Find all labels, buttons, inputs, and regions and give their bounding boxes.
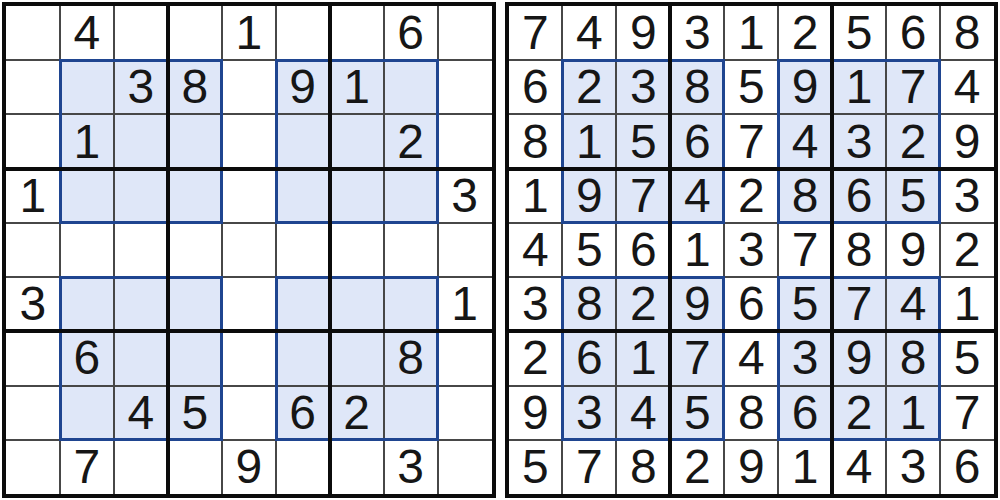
cell-r6c8: 4 bbox=[886, 277, 940, 331]
cell-r8c1: 9 bbox=[509, 386, 563, 440]
cell-r1c7: 5 bbox=[832, 6, 886, 60]
cell-r3c2: 1 bbox=[562, 114, 616, 168]
cell-r3c5: 7 bbox=[724, 114, 778, 168]
cell-r6c1: 3 bbox=[509, 277, 563, 331]
cell-r2c7: 1 bbox=[832, 60, 886, 114]
cell-r5c9[interactable] bbox=[438, 223, 492, 277]
cell-r7c6: 3 bbox=[778, 331, 832, 385]
cell-r2c3: 3 bbox=[114, 60, 168, 114]
cell-r5c3: 6 bbox=[616, 223, 670, 277]
cell-r5c8[interactable] bbox=[384, 223, 438, 277]
cell-r8c4: 5 bbox=[168, 386, 222, 440]
cell-r6c2[interactable] bbox=[60, 277, 114, 331]
cell-r9c5: 9 bbox=[724, 440, 778, 494]
cell-r4c6: 8 bbox=[778, 169, 832, 223]
cell-r4c7: 6 bbox=[832, 169, 886, 223]
cell-r2c9[interactable] bbox=[438, 60, 492, 114]
cell-r9c9: 6 bbox=[940, 440, 994, 494]
cell-r6c9: 1 bbox=[438, 277, 492, 331]
cell-r3c1: 8 bbox=[509, 114, 563, 168]
cell-r5c6: 7 bbox=[778, 223, 832, 277]
cell-r9c1: 5 bbox=[509, 440, 563, 494]
cell-r4c6[interactable] bbox=[276, 169, 330, 223]
cell-r2c6: 9 bbox=[276, 60, 330, 114]
cell-r5c8: 9 bbox=[886, 223, 940, 277]
cell-r7c5: 4 bbox=[724, 331, 778, 385]
cell-r1c2: 4 bbox=[562, 6, 616, 60]
cell-r2c4: 8 bbox=[670, 60, 724, 114]
cell-r3c6[interactable] bbox=[276, 114, 330, 168]
cell-r1c5: 1 bbox=[724, 6, 778, 60]
cell-r7c5[interactable] bbox=[222, 331, 276, 385]
cell-r6c3[interactable] bbox=[114, 277, 168, 331]
cell-r6c6: 5 bbox=[778, 277, 832, 331]
cell-r8c9[interactable] bbox=[438, 386, 492, 440]
cell-r4c8[interactable] bbox=[384, 169, 438, 223]
cell-r2c3: 3 bbox=[616, 60, 670, 114]
cell-r6c4: 9 bbox=[670, 277, 724, 331]
cell-r9c2: 7 bbox=[60, 440, 114, 494]
cell-r1c1[interactable] bbox=[6, 6, 60, 60]
cell-r3c5[interactable] bbox=[222, 114, 276, 168]
cell-r7c1: 2 bbox=[509, 331, 563, 385]
cell-r8c3: 4 bbox=[616, 386, 670, 440]
cell-r2c5[interactable] bbox=[222, 60, 276, 114]
cell-r8c6: 6 bbox=[778, 386, 832, 440]
cell-r1c5: 1 bbox=[222, 6, 276, 60]
cell-r3c4: 6 bbox=[670, 114, 724, 168]
cell-r6c7[interactable] bbox=[330, 277, 384, 331]
cell-r8c8: 1 bbox=[886, 386, 940, 440]
cell-r3c3[interactable] bbox=[114, 114, 168, 168]
cell-r1c4: 3 bbox=[670, 6, 724, 60]
cell-r3c9: 9 bbox=[940, 114, 994, 168]
cell-r8c4: 5 bbox=[670, 386, 724, 440]
solution-cells: 7493125686238591748156743291974286534561… bbox=[509, 6, 995, 494]
cell-r7c8: 8 bbox=[384, 331, 438, 385]
cell-r8c5[interactable] bbox=[222, 386, 276, 440]
cell-r7c2: 6 bbox=[562, 331, 616, 385]
cell-r1c8: 6 bbox=[886, 6, 940, 60]
cell-r7c9[interactable] bbox=[438, 331, 492, 385]
cell-r3c7: 3 bbox=[832, 114, 886, 168]
cell-r2c2: 2 bbox=[562, 60, 616, 114]
cell-r2c2[interactable] bbox=[60, 60, 114, 114]
cell-r3c8: 2 bbox=[384, 114, 438, 168]
puzzle-cells: 4163891121331684562793 bbox=[6, 6, 492, 494]
cell-r5c7: 8 bbox=[832, 223, 886, 277]
cell-r5c2: 5 bbox=[562, 223, 616, 277]
cell-r2c9: 4 bbox=[940, 60, 994, 114]
cell-r1c1: 7 bbox=[509, 6, 563, 60]
cell-r7c4[interactable] bbox=[168, 331, 222, 385]
cell-r9c7: 4 bbox=[832, 440, 886, 494]
cell-r4c3[interactable] bbox=[114, 169, 168, 223]
cell-r2c5: 5 bbox=[724, 60, 778, 114]
cell-r2c8[interactable] bbox=[384, 60, 438, 114]
cell-r6c2: 8 bbox=[562, 277, 616, 331]
cell-r1c3[interactable] bbox=[114, 6, 168, 60]
cell-r8c6: 6 bbox=[276, 386, 330, 440]
cell-r1c4[interactable] bbox=[168, 6, 222, 60]
cell-r8c7: 2 bbox=[330, 386, 384, 440]
cell-r7c4: 7 bbox=[670, 331, 724, 385]
cell-r3c9[interactable] bbox=[438, 114, 492, 168]
cell-r5c1[interactable] bbox=[6, 223, 60, 277]
cell-r8c5: 8 bbox=[724, 386, 778, 440]
cell-r1c2: 4 bbox=[60, 6, 114, 60]
cell-r6c4[interactable] bbox=[168, 277, 222, 331]
cell-r4c3: 7 bbox=[616, 169, 670, 223]
cell-r3c3: 5 bbox=[616, 114, 670, 168]
cell-r9c2: 7 bbox=[562, 440, 616, 494]
cell-r5c1: 4 bbox=[509, 223, 563, 277]
cell-r4c4: 4 bbox=[670, 169, 724, 223]
cell-r5c4[interactable] bbox=[168, 223, 222, 277]
cell-r7c7[interactable] bbox=[330, 331, 384, 385]
cell-r1c9: 8 bbox=[940, 6, 994, 60]
cell-r9c8: 3 bbox=[384, 440, 438, 494]
cell-r9c6: 1 bbox=[778, 440, 832, 494]
cell-r2c4: 8 bbox=[168, 60, 222, 114]
cell-r5c9: 2 bbox=[940, 223, 994, 277]
cell-r2c8: 7 bbox=[886, 60, 940, 114]
cell-r3c1[interactable] bbox=[6, 114, 60, 168]
cell-r1c3: 9 bbox=[616, 6, 670, 60]
cell-r1c7[interactable] bbox=[330, 6, 384, 60]
cell-r2c7: 1 bbox=[330, 60, 384, 114]
cell-r7c7: 9 bbox=[832, 331, 886, 385]
solution-board: 7493125686238591748156743291974286534561… bbox=[505, 2, 999, 498]
cell-r4c7[interactable] bbox=[330, 169, 384, 223]
cell-r8c2[interactable] bbox=[60, 386, 114, 440]
cell-r2c6: 9 bbox=[778, 60, 832, 114]
cell-r4c1: 1 bbox=[509, 169, 563, 223]
cell-r7c2: 6 bbox=[60, 331, 114, 385]
cell-r9c1[interactable] bbox=[6, 440, 60, 494]
cell-r5c5: 3 bbox=[724, 223, 778, 277]
cell-r2c1: 6 bbox=[509, 60, 563, 114]
cell-r4c2: 9 bbox=[562, 169, 616, 223]
cell-r6c9: 1 bbox=[940, 277, 994, 331]
cell-r9c4: 2 bbox=[670, 440, 724, 494]
cell-r5c6[interactable] bbox=[276, 223, 330, 277]
cell-r1c8: 6 bbox=[384, 6, 438, 60]
cell-r6c1: 3 bbox=[6, 277, 60, 331]
cell-r3c4[interactable] bbox=[168, 114, 222, 168]
cell-r3c7[interactable] bbox=[330, 114, 384, 168]
cell-r4c4[interactable] bbox=[168, 169, 222, 223]
cell-r7c3: 1 bbox=[616, 331, 670, 385]
cell-r9c5: 9 bbox=[222, 440, 276, 494]
cell-r5c4: 1 bbox=[670, 223, 724, 277]
cell-r4c5[interactable] bbox=[222, 169, 276, 223]
cell-r7c6[interactable] bbox=[276, 331, 330, 385]
cell-r1c9[interactable] bbox=[438, 6, 492, 60]
cell-r4c9: 3 bbox=[940, 169, 994, 223]
cell-r8c8[interactable] bbox=[384, 386, 438, 440]
cell-r5c5[interactable] bbox=[222, 223, 276, 277]
cell-r3c6: 4 bbox=[778, 114, 832, 168]
puzzle-board: 4163891121331684562793 bbox=[2, 2, 496, 498]
cell-r2c1[interactable] bbox=[6, 60, 60, 114]
cell-r9c6[interactable] bbox=[276, 440, 330, 494]
cell-r6c7: 7 bbox=[832, 277, 886, 331]
cell-r3c8: 2 bbox=[886, 114, 940, 168]
cell-r5c2[interactable] bbox=[60, 223, 114, 277]
cell-r6c5[interactable] bbox=[222, 277, 276, 331]
cell-r4c9: 3 bbox=[438, 169, 492, 223]
cell-r1c6: 2 bbox=[778, 6, 832, 60]
cell-r4c2[interactable] bbox=[60, 169, 114, 223]
cell-r8c7: 2 bbox=[832, 386, 886, 440]
cell-r6c5: 6 bbox=[724, 277, 778, 331]
cell-r9c7[interactable] bbox=[330, 440, 384, 494]
cell-r9c3[interactable] bbox=[114, 440, 168, 494]
cell-r7c8: 8 bbox=[886, 331, 940, 385]
cell-r4c8: 5 bbox=[886, 169, 940, 223]
cell-r7c3[interactable] bbox=[114, 331, 168, 385]
cell-r4c5: 2 bbox=[724, 169, 778, 223]
cell-r1c6[interactable] bbox=[276, 6, 330, 60]
cell-r6c6[interactable] bbox=[276, 277, 330, 331]
cell-r7c9: 5 bbox=[940, 331, 994, 385]
cell-r8c9: 7 bbox=[940, 386, 994, 440]
cell-r7c1[interactable] bbox=[6, 331, 60, 385]
cell-r9c9[interactable] bbox=[438, 440, 492, 494]
cell-r6c8[interactable] bbox=[384, 277, 438, 331]
cell-r8c2: 3 bbox=[562, 386, 616, 440]
cell-r5c3[interactable] bbox=[114, 223, 168, 277]
cell-r6c3: 2 bbox=[616, 277, 670, 331]
cell-r9c3: 8 bbox=[616, 440, 670, 494]
cell-r3c2: 1 bbox=[60, 114, 114, 168]
cell-r4c1: 1 bbox=[6, 169, 60, 223]
cell-r5c7[interactable] bbox=[330, 223, 384, 277]
cell-r9c8: 3 bbox=[886, 440, 940, 494]
cell-r9c4[interactable] bbox=[168, 440, 222, 494]
cell-r8c1[interactable] bbox=[6, 386, 60, 440]
cell-r8c3: 4 bbox=[114, 386, 168, 440]
